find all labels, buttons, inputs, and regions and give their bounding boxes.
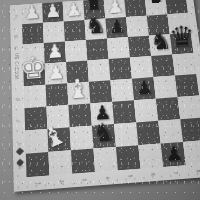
piece-glyph: ♛ bbox=[168, 22, 196, 52]
file-label: h bbox=[13, 15, 18, 19]
rank-label: 1 bbox=[34, 176, 43, 190]
board-border: © US CHESS hgfedcba 12345678 ◆◆ ♟♟♟♜♟♜♞♟… bbox=[10, 0, 200, 192]
board-square-r7c4[interactable] bbox=[116, 145, 141, 170]
piece-wB[interactable]: ♝ bbox=[47, 125, 70, 150]
board-square-r4c0[interactable] bbox=[24, 85, 47, 108]
board-square-r7c1[interactable] bbox=[48, 150, 72, 175]
board-square-r6c4[interactable] bbox=[114, 122, 138, 146]
file-label: f bbox=[14, 55, 19, 59]
rank-label: 5 bbox=[125, 169, 135, 183]
board-square-r7c3[interactable] bbox=[93, 147, 117, 172]
board-square-r5c5[interactable] bbox=[134, 99, 158, 123]
board-square-r3c3[interactable] bbox=[87, 59, 110, 82]
rank-label: 8 bbox=[193, 164, 200, 178]
piece-glyph: ♟ bbox=[65, 0, 83, 19]
piece-wP[interactable]: ♟ bbox=[63, 0, 85, 19]
piece-glyph: ♞ bbox=[91, 119, 116, 146]
piece-wP[interactable]: ♟ bbox=[21, 1, 42, 22]
board-square-r5c2[interactable] bbox=[68, 103, 91, 127]
piece-glyph: ♟ bbox=[23, 3, 41, 22]
rank-label: 7 bbox=[170, 166, 180, 180]
piece-bR[interactable]: ♜ bbox=[144, 0, 167, 13]
board-square-r4c6[interactable] bbox=[153, 76, 177, 99]
chessboard-photo: © US CHESS hgfedcba 12345678 ◆◆ ♟♟♟♜♟♜♞♟… bbox=[0, 0, 200, 200]
file-label: d bbox=[15, 97, 20, 101]
board-square-r7c7[interactable] bbox=[183, 140, 200, 165]
file-label: b bbox=[16, 142, 21, 146]
piece-bN[interactable]: ♞ bbox=[92, 121, 116, 145]
board-square-r2c2[interactable] bbox=[65, 40, 87, 62]
rank-label: 6 bbox=[148, 167, 158, 181]
piece-glyph: ♝ bbox=[66, 75, 91, 102]
board-square-r7c0[interactable] bbox=[26, 152, 50, 177]
piece-glyph: ♟ bbox=[106, 0, 124, 16]
piece-wK[interactable]: ♚ bbox=[23, 61, 45, 84]
chess-board: © US CHESS hgfedcba 12345678 ◆◆ ♟♟♟♜♟♜♞♟… bbox=[10, 0, 200, 192]
piece-bN[interactable]: ♞ bbox=[84, 16, 106, 37]
board-square-r2c4[interactable] bbox=[107, 37, 130, 59]
board-square-r1c0[interactable] bbox=[22, 23, 44, 45]
board-square-r6c5[interactable] bbox=[136, 121, 161, 145]
piece-glyph: ♟ bbox=[46, 41, 64, 61]
rank-label: 4 bbox=[102, 171, 112, 185]
piece-glyph: ♟ bbox=[164, 143, 183, 164]
board-square-r3c6[interactable] bbox=[151, 55, 175, 78]
rank-label: 3 bbox=[79, 173, 89, 187]
board-square-r5c4[interactable] bbox=[112, 100, 136, 124]
piece-wP[interactable]: ♟ bbox=[44, 39, 66, 61]
board-square-r0c5[interactable] bbox=[124, 0, 147, 17]
board-square-r5c7[interactable] bbox=[178, 96, 200, 120]
file-label: g bbox=[14, 34, 19, 38]
board-square-r4c4[interactable] bbox=[110, 79, 134, 102]
board-square-r7c2[interactable] bbox=[71, 149, 95, 174]
board-square-r2c5[interactable] bbox=[128, 36, 151, 58]
piece-wB[interactable]: ♝ bbox=[67, 79, 90, 102]
piece-glyph: ♟ bbox=[44, 1, 62, 20]
piece-bP[interactable]: ♟ bbox=[160, 139, 185, 164]
file-label: c bbox=[16, 119, 21, 123]
board-square-r6c7[interactable] bbox=[180, 118, 200, 142]
piece-bQ[interactable]: ♛ bbox=[170, 30, 194, 52]
board-square-r6c2[interactable] bbox=[70, 126, 94, 151]
board-square-r7c5[interactable] bbox=[138, 144, 163, 169]
piece-bP[interactable]: ♟ bbox=[132, 75, 156, 98]
board-square-r1c5[interactable] bbox=[126, 16, 149, 37]
piece-bP[interactable]: ♟ bbox=[105, 15, 128, 36]
piece-wP[interactable]: ♟ bbox=[45, 60, 68, 83]
piece-wP[interactable]: ♟ bbox=[42, 0, 64, 20]
board-grid: ♟♟♟♜♟♜♞♟♟♞♛♚♟♝♟♟♝♞♟ bbox=[22, 0, 200, 177]
rank-label: 2 bbox=[57, 174, 66, 188]
piece-glyph: ♜ bbox=[145, 0, 168, 13]
piece-glyph: ♟ bbox=[135, 77, 153, 97]
board-square-r2c3[interactable] bbox=[86, 39, 109, 61]
piece-glyph: ♚ bbox=[19, 52, 48, 84]
piece-wP[interactable]: ♟ bbox=[104, 0, 126, 16]
board-square-r4c1[interactable] bbox=[46, 83, 69, 106]
piece-glyph: ♟ bbox=[46, 62, 64, 82]
board-square-r4c7[interactable] bbox=[175, 74, 199, 97]
board-square-r3c4[interactable] bbox=[109, 58, 132, 81]
board-square-r6c6[interactable] bbox=[158, 119, 183, 143]
piece-glyph: ♞ bbox=[84, 12, 107, 37]
board-square-r1c2[interactable] bbox=[64, 20, 86, 42]
piece-glyph: ♟ bbox=[108, 17, 126, 36]
file-label: e bbox=[15, 76, 20, 80]
board-square-r3c7[interactable] bbox=[172, 53, 196, 75]
file-label: a bbox=[17, 166, 22, 171]
board-square-r5c6[interactable] bbox=[156, 97, 180, 121]
